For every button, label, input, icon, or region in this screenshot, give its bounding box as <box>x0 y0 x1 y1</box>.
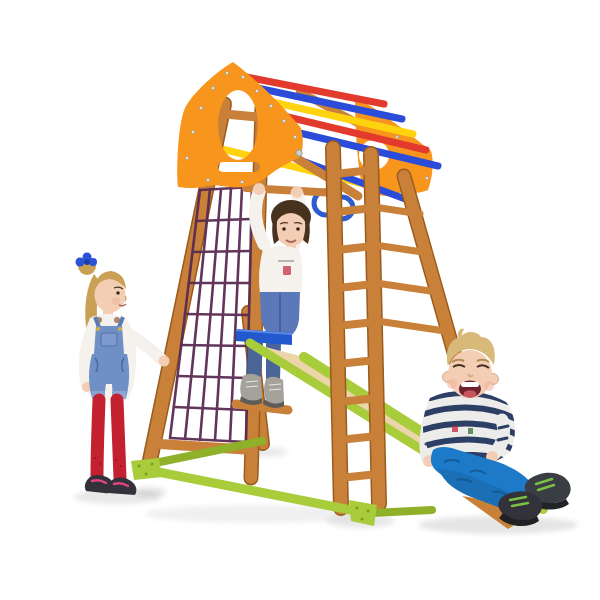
middle-girl-eye-left <box>282 227 286 231</box>
middle-girl-left-hand <box>253 183 265 195</box>
middle-girl-shirt <box>259 246 303 294</box>
base-bracket-left <box>131 458 162 480</box>
gable-bolt <box>296 150 302 156</box>
middle-girl-right-hand <box>291 186 303 198</box>
girl-eye <box>116 291 120 295</box>
base-rail-right-side <box>372 510 432 513</box>
girl-tights-left <box>97 400 99 476</box>
product-photo <box>0 0 600 600</box>
girl-right-hand <box>159 356 170 367</box>
girl-scrunchie <box>76 253 98 267</box>
shirt-print <box>283 266 291 275</box>
middle-girl-eye-right <box>296 227 300 231</box>
child-right-boy <box>422 328 571 526</box>
climbing-frame-scene <box>0 0 600 600</box>
girl-shoes <box>85 475 137 500</box>
girl-tights-right <box>117 400 120 478</box>
